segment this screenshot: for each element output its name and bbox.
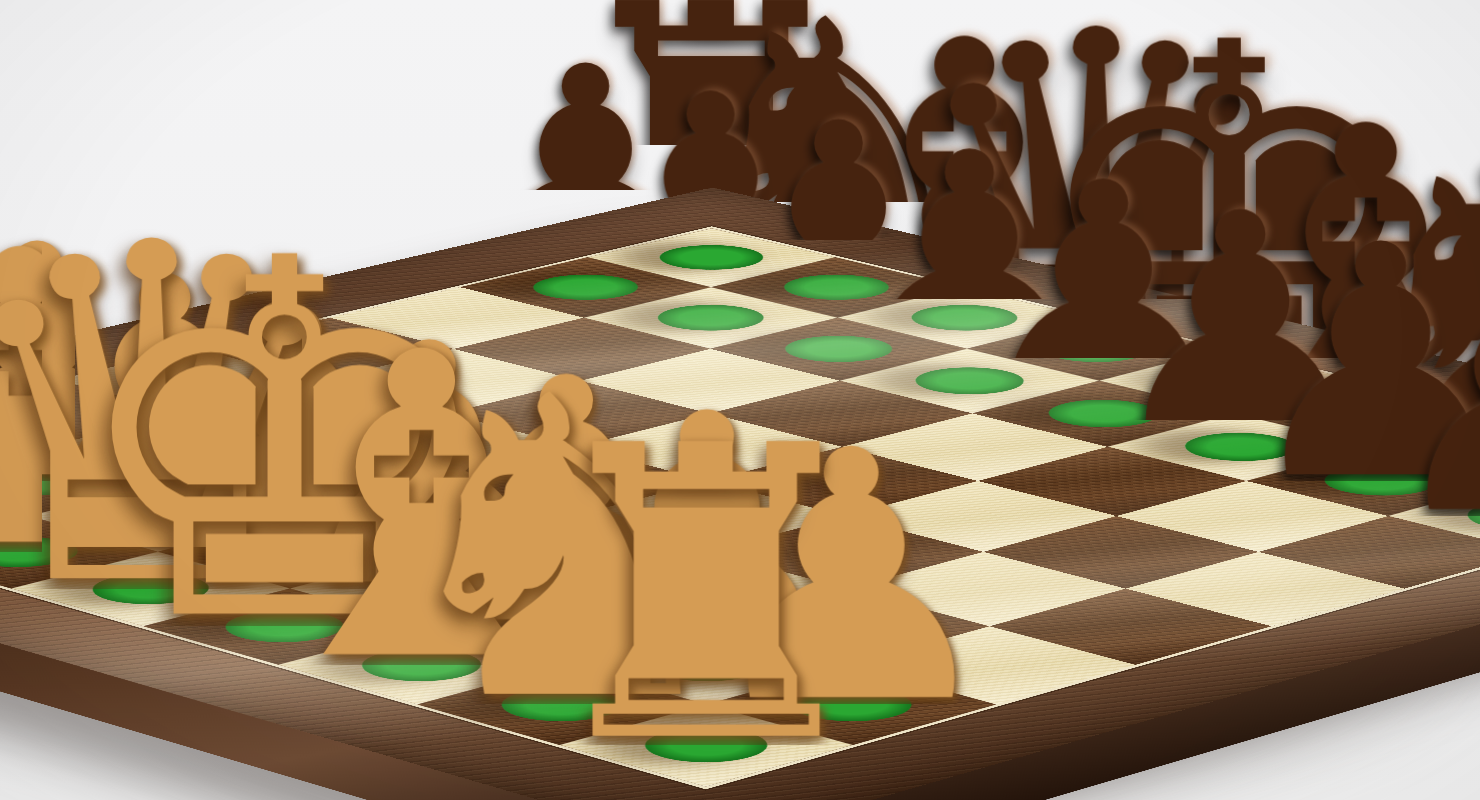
chess-3d-render: ♜♞♝♛♚♝♞♜♟♟♟♟♟♟♟♟♟♟♟♟♟♟♟♟♜♞♝♛♚♝♞♜ — [0, 0, 1480, 800]
chess-board: ♜♞♝♛♚♝♞♜♟♟♟♟♟♟♟♟♟♟♟♟♟♟♟♟♜♞♝♛♚♝♞♜ — [0, 187, 1480, 800]
scene: ♜♞♝♛♚♝♞♜♟♟♟♟♟♟♟♟♟♟♟♟♟♟♟♟♜♞♝♛♚♝♞♜ — [0, 0, 1480, 800]
white-rook-h1[interactable]: ♜ — [455, 222, 957, 745]
square-h1[interactable]: ♜ — [560, 704, 853, 786]
rook-icon: ♜ — [525, 394, 887, 797]
black-pawn-h7[interactable]: ♟ — [1292, 30, 1480, 516]
pawn-icon: ♟ — [1379, 234, 1480, 558]
